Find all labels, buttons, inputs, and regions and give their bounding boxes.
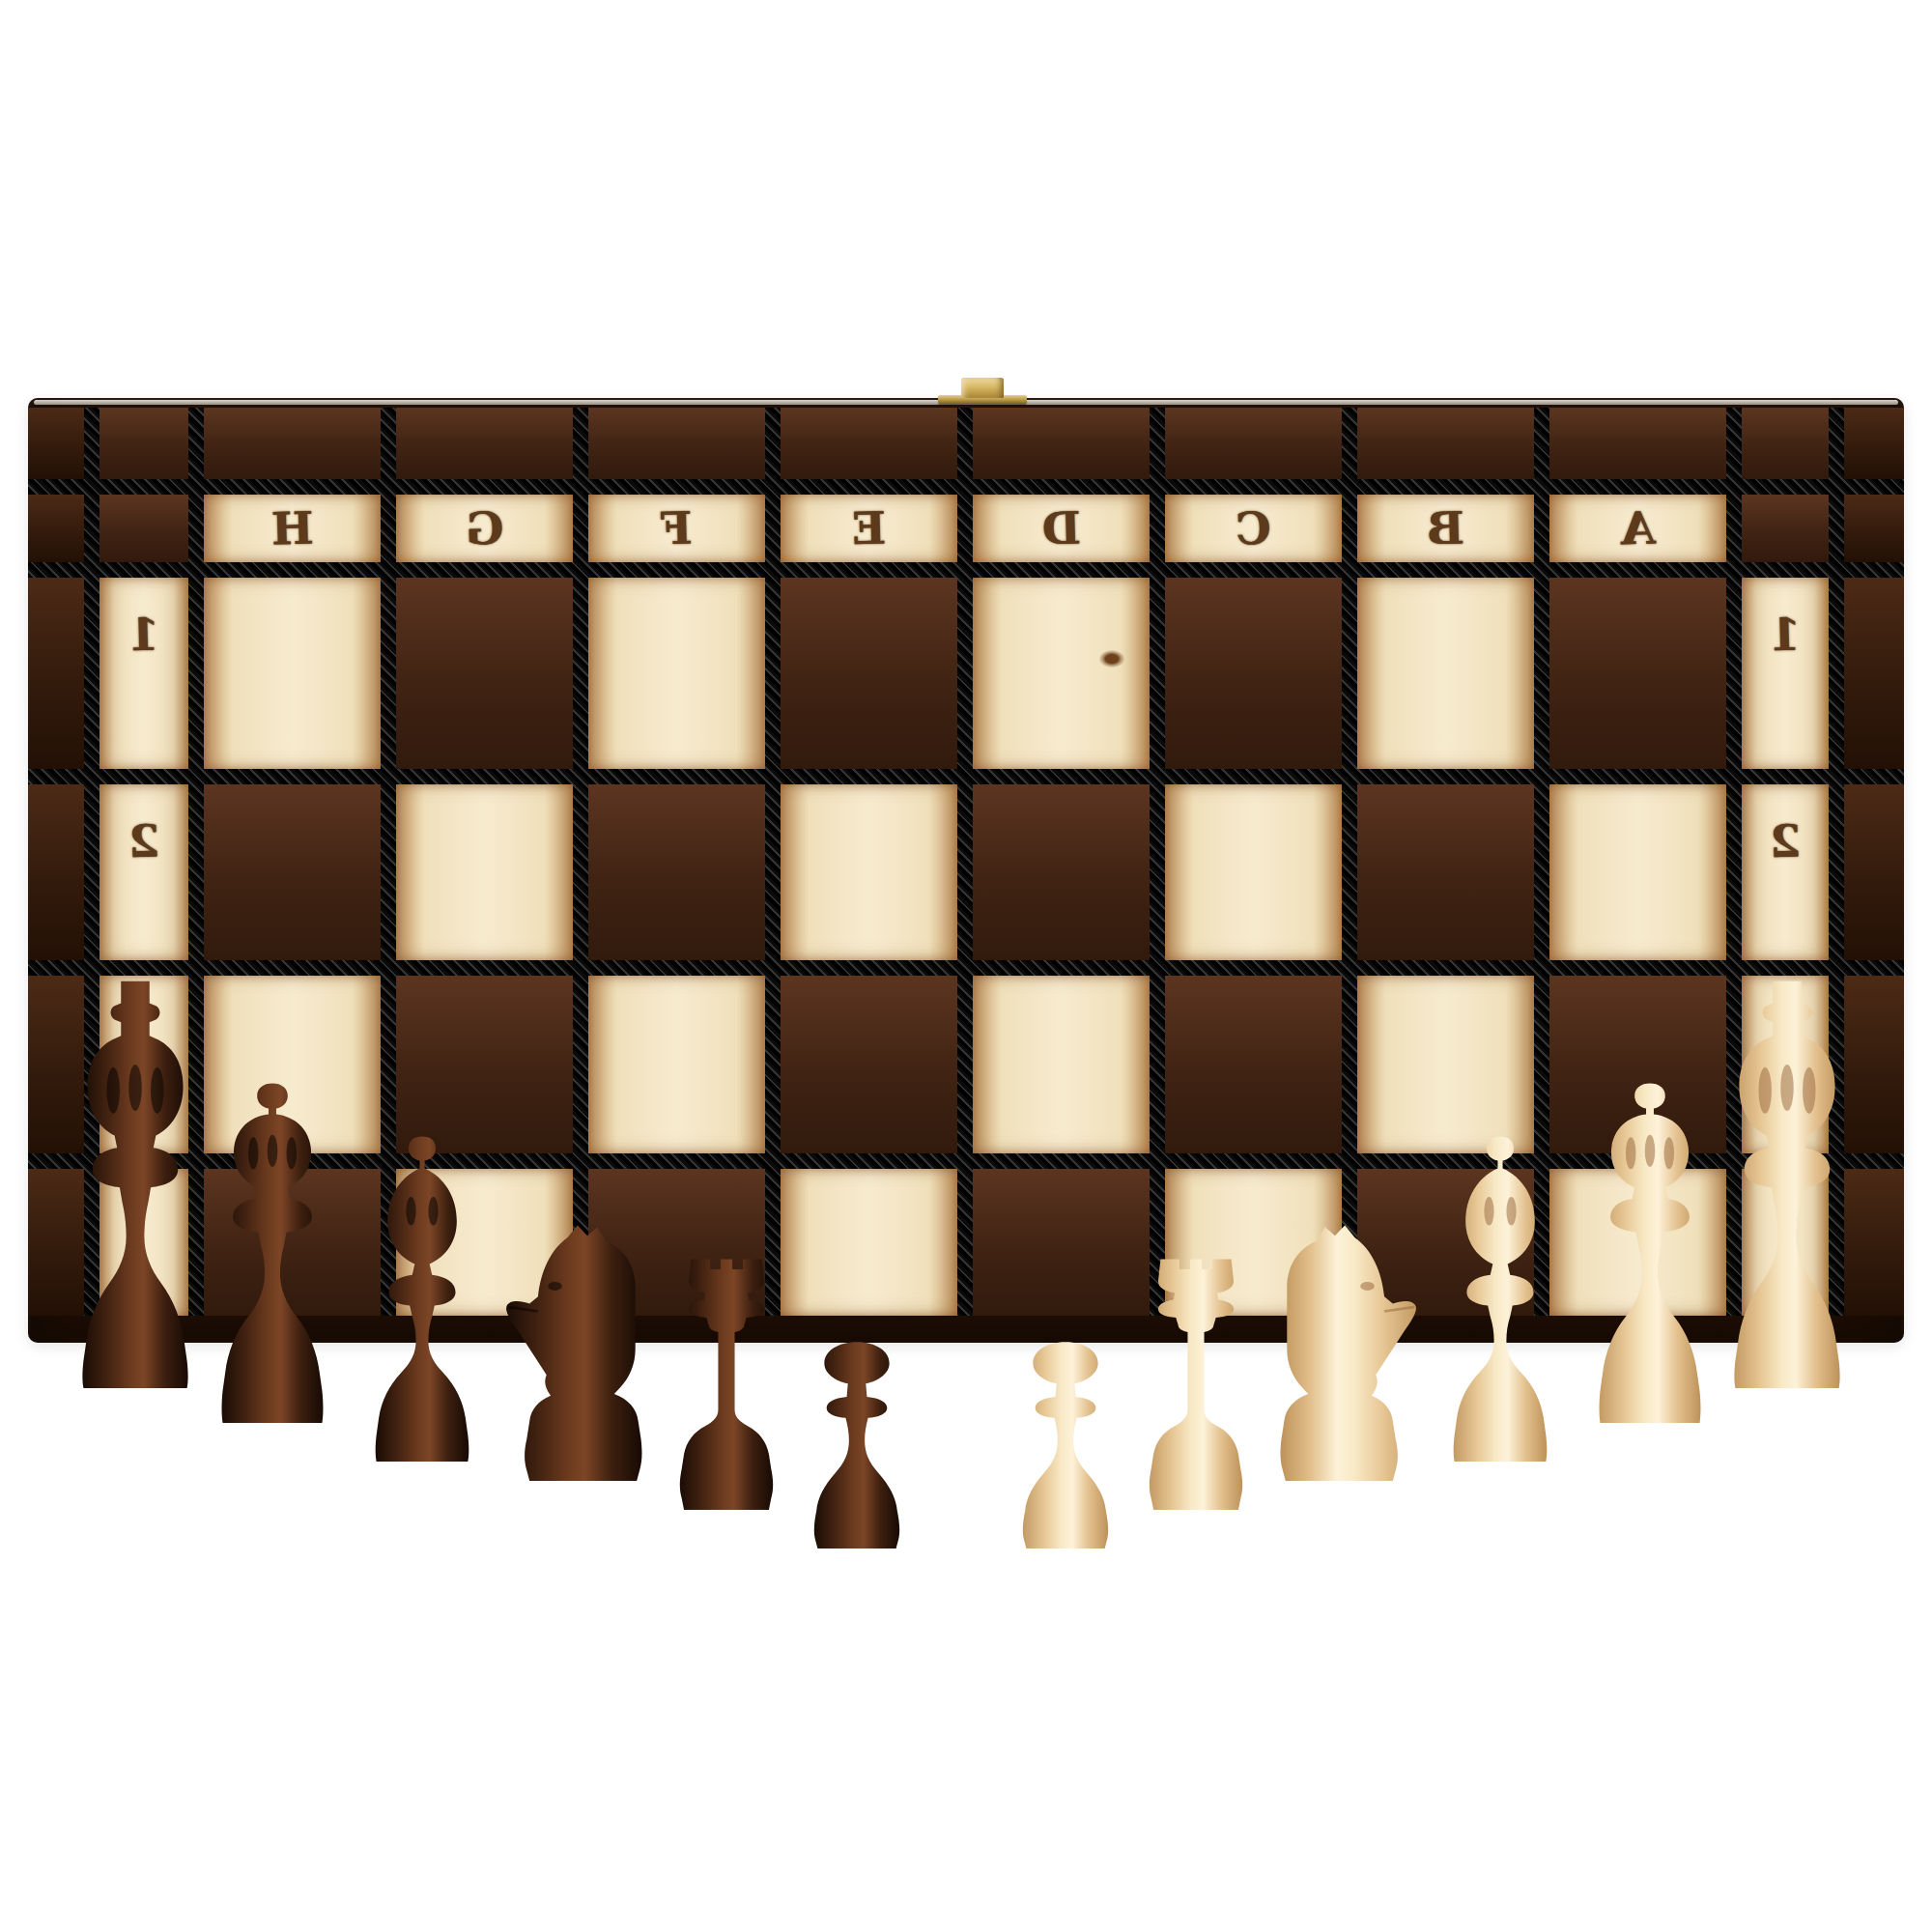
- king-icon: [71, 979, 200, 1388]
- piece-dark-queen: [209, 1080, 336, 1423]
- board-cell-r4-c7: [1165, 976, 1342, 1153]
- board-cell-r1-c4: F: [588, 495, 765, 562]
- board-cell-r1-c1: [99, 495, 188, 562]
- rook-icon: [1137, 1256, 1255, 1510]
- board-cell-r0-c1: [99, 408, 188, 479]
- board-cell-r2-c2: [204, 578, 381, 769]
- board-cell-r1-c2: H: [204, 495, 381, 562]
- queen-carving-detail: [1626, 1137, 1636, 1169]
- king-carving-detail: [128, 1065, 141, 1111]
- board-cell-r0-c10: [1742, 408, 1829, 479]
- knight-carving-detail: [1360, 1282, 1375, 1291]
- board-cell-r4-c6: [973, 976, 1150, 1153]
- product-photo-stage: HGFEDCBA1122: [0, 0, 1932, 1932]
- piece-light-queen: [1586, 1080, 1714, 1423]
- knight-icon: [501, 1220, 642, 1481]
- file-label: D: [1041, 501, 1081, 554]
- board-cell-r3-c0: [28, 784, 84, 960]
- piece-light-rook: [1137, 1256, 1255, 1510]
- king-carving-detail: [1803, 1067, 1815, 1114]
- board-cell-r0-c0: [28, 408, 84, 479]
- piece-dark-knight: [501, 1220, 642, 1481]
- rank-label: 1: [1769, 609, 1801, 662]
- knight-carving-detail: [548, 1282, 562, 1291]
- king-carving-detail: [1780, 1065, 1793, 1111]
- piece-light-king: [1722, 979, 1852, 1388]
- board-cell-r0-c7: [1165, 408, 1342, 479]
- king-carving-detail: [151, 1067, 163, 1114]
- board-cell-r4-c4: [588, 976, 765, 1153]
- brass-latch: [938, 378, 1027, 404]
- bishop-icon: [1438, 1132, 1562, 1462]
- queen-icon: [209, 1080, 336, 1423]
- file-label: F: [660, 502, 693, 555]
- board-cell-r3-c7: [1165, 784, 1342, 960]
- board-cell-r2-c5: [781, 578, 957, 769]
- latch-knob-icon: [961, 378, 1004, 398]
- bishop-carving-detail: [428, 1197, 438, 1226]
- board-cell-r3-c10: 2: [1742, 784, 1829, 960]
- knight-icon: [1280, 1220, 1421, 1481]
- file-label: C: [1235, 502, 1271, 555]
- board-cell-r2-c3: [396, 578, 573, 769]
- board-cell-r3-c9: [1549, 784, 1726, 960]
- board-cell-r0-c8: [1357, 408, 1534, 479]
- bishop-icon: [360, 1132, 484, 1462]
- board-cell-r3-c4: [588, 784, 765, 960]
- board-cell-r0-c6: [973, 408, 1150, 479]
- board-cell-r5-c5: [781, 1169, 957, 1316]
- board-cell-r0-c3: [396, 408, 573, 479]
- piece-dark-king: [71, 979, 200, 1388]
- file-label: B: [1426, 502, 1464, 555]
- board-cell-r4-c3: [396, 976, 573, 1153]
- board-cell-r5-c6: [973, 1169, 1150, 1316]
- board-cell-r1-c11: [1844, 495, 1904, 562]
- board-cell-r3-c8: [1357, 784, 1534, 960]
- bishop-carving-detail: [406, 1197, 415, 1226]
- bishop-carving-detail: [1506, 1197, 1516, 1226]
- board-cell-r1-c9: A: [1549, 495, 1726, 562]
- queen-carving-detail: [1645, 1135, 1656, 1167]
- board-cell-r2-c8: [1357, 578, 1534, 769]
- board-cell-r1-c6: D: [973, 495, 1150, 562]
- king-carving-detail: [1759, 1067, 1772, 1114]
- rank-label: 2: [1769, 815, 1801, 868]
- board-cell-r5-c11: [1844, 1169, 1904, 1316]
- rook-icon: [668, 1256, 785, 1510]
- board-cell-r3-c11: [1844, 784, 1904, 960]
- king-carving-detail: [107, 1067, 120, 1114]
- board-cell-r0-c2: [204, 408, 381, 479]
- piece-light-bishop: [1438, 1132, 1562, 1462]
- board-cell-r2-c7: [1165, 578, 1342, 769]
- board-cell-r2-c0: [28, 578, 84, 769]
- board-cell-r2-c9: [1549, 578, 1726, 769]
- board-cell-r1-c7: C: [1165, 495, 1342, 562]
- pawn-icon: [1009, 1338, 1122, 1548]
- piece-dark-pawn: [801, 1338, 913, 1548]
- board-cell-r1-c0: [28, 495, 84, 562]
- board-cell-r3-c1: 2: [99, 784, 188, 960]
- file-label: H: [270, 501, 314, 554]
- file-label: E: [851, 502, 886, 555]
- board-cell-r2-c6: [973, 578, 1150, 769]
- board-cell-r3-c3: [396, 784, 573, 960]
- board-cell-r1-c10: [1742, 495, 1829, 562]
- piece-dark-bishop: [360, 1132, 484, 1462]
- board-cell-r3-c5: [781, 784, 957, 960]
- bishop-carving-detail: [1484, 1197, 1493, 1226]
- queen-icon: [1586, 1080, 1714, 1423]
- board-cell-r3-c6: [973, 784, 1150, 960]
- pawn-icon: [801, 1338, 913, 1548]
- board-cell-r2-c1: 1: [99, 578, 188, 769]
- file-label: A: [1620, 502, 1656, 555]
- rank-label: 2: [128, 815, 159, 868]
- board-cell-r3-c2: [204, 784, 381, 960]
- board-cell-r0-c4: [588, 408, 765, 479]
- board-cell-r4-c5: [781, 976, 957, 1153]
- board-cell-r0-c9: [1549, 408, 1726, 479]
- board-cell-r1-c5: E: [781, 495, 957, 562]
- king-icon: [1722, 979, 1852, 1388]
- board-cell-r0-c11: [1844, 408, 1904, 479]
- piece-dark-rook: [668, 1256, 785, 1510]
- piece-light-knight: [1280, 1220, 1421, 1481]
- board-cell-r4-c8: [1357, 976, 1534, 1153]
- board-cell-r1-c3: G: [396, 495, 573, 562]
- board-cell-r2-c11: [1844, 578, 1904, 769]
- board-cell-r0-c5: [781, 408, 957, 479]
- board-cell-r4-c11: [1844, 976, 1904, 1153]
- file-label: G: [465, 501, 504, 554]
- board-cell-r2-c10: 1: [1742, 578, 1829, 769]
- queen-carving-detail: [1664, 1137, 1675, 1169]
- board-cell-r1-c8: B: [1357, 495, 1534, 562]
- piece-light-pawn: [1009, 1338, 1122, 1548]
- rank-label: 1: [128, 609, 159, 662]
- queen-carving-detail: [248, 1137, 259, 1169]
- queen-carving-detail: [268, 1135, 278, 1167]
- queen-carving-detail: [287, 1137, 298, 1169]
- board-cell-r2-c4: [588, 578, 765, 769]
